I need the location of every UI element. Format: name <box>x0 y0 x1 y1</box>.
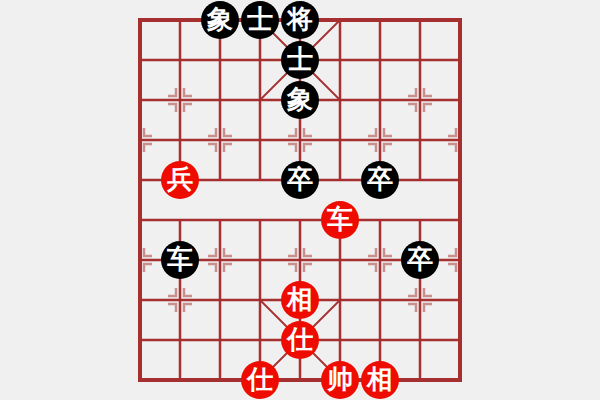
black-soldier[interactable]: 卒 <box>281 161 319 199</box>
red-advisor[interactable]: 仕 <box>241 361 279 399</box>
intersection-e0[interactable] <box>280 360 320 400</box>
intersection-i9[interactable] <box>440 0 480 40</box>
intersection-i4[interactable] <box>440 200 480 240</box>
intersection-i8[interactable] <box>440 40 480 80</box>
red-elephant[interactable]: 相 <box>281 281 319 319</box>
intersection-d8[interactable] <box>240 40 280 80</box>
intersection-d0[interactable]: 仕 <box>240 360 280 400</box>
intersection-g7[interactable] <box>360 80 400 120</box>
intersection-h3[interactable]: 卒 <box>400 240 440 280</box>
intersection-h7[interactable] <box>400 80 440 120</box>
intersection-e6[interactable] <box>280 120 320 160</box>
red-chariot[interactable]: 车 <box>321 201 359 239</box>
intersection-d7[interactable] <box>240 80 280 120</box>
intersection-i3[interactable] <box>440 240 480 280</box>
intersection-e3[interactable] <box>280 240 320 280</box>
intersection-d9[interactable]: 士 <box>240 0 280 40</box>
intersection-c9[interactable]: 象 <box>200 0 240 40</box>
intersection-i1[interactable] <box>440 320 480 360</box>
intersection-g6[interactable] <box>360 120 400 160</box>
intersection-grid: 象士将士象兵卒卒车车卒相仕仕帅相 <box>120 0 480 400</box>
intersection-e1[interactable]: 仕 <box>280 320 320 360</box>
intersection-e7[interactable]: 象 <box>280 80 320 120</box>
intersection-i5[interactable] <box>440 160 480 200</box>
intersection-g5[interactable]: 卒 <box>360 160 400 200</box>
red-advisor[interactable]: 仕 <box>281 321 319 359</box>
black-general[interactable]: 将 <box>281 1 319 39</box>
intersection-h2[interactable] <box>400 280 440 320</box>
intersection-h9[interactable] <box>400 0 440 40</box>
intersection-h1[interactable] <box>400 320 440 360</box>
intersection-b4[interactable] <box>160 200 200 240</box>
intersection-f8[interactable] <box>320 40 360 80</box>
intersection-e9[interactable]: 将 <box>280 0 320 40</box>
intersection-c0[interactable] <box>200 360 240 400</box>
intersection-g9[interactable] <box>360 0 400 40</box>
intersection-a1[interactable] <box>120 320 160 360</box>
intersection-f9[interactable] <box>320 0 360 40</box>
black-advisor[interactable]: 士 <box>241 1 279 39</box>
intersection-h0[interactable] <box>400 360 440 400</box>
xiangqi-board-screenshot: 象士将士象兵卒卒车车卒相仕仕帅相 <box>0 0 600 400</box>
intersection-i6[interactable] <box>440 120 480 160</box>
intersection-g4[interactable] <box>360 200 400 240</box>
black-soldier[interactable]: 卒 <box>361 161 399 199</box>
intersection-d6[interactable] <box>240 120 280 160</box>
intersection-b7[interactable] <box>160 80 200 120</box>
intersection-a2[interactable] <box>120 280 160 320</box>
intersection-d4[interactable] <box>240 200 280 240</box>
intersection-i0[interactable] <box>440 360 480 400</box>
intersection-e8[interactable]: 士 <box>280 40 320 80</box>
red-soldier[interactable]: 兵 <box>161 161 199 199</box>
red-elephant[interactable]: 相 <box>361 361 399 399</box>
intersection-g2[interactable] <box>360 280 400 320</box>
intersection-g8[interactable] <box>360 40 400 80</box>
intersection-i7[interactable] <box>440 80 480 120</box>
intersection-d5[interactable] <box>240 160 280 200</box>
black-advisor[interactable]: 士 <box>281 41 319 79</box>
intersection-c2[interactable] <box>200 280 240 320</box>
intersection-h5[interactable] <box>400 160 440 200</box>
intersection-g1[interactable] <box>360 320 400 360</box>
intersection-e2[interactable]: 相 <box>280 280 320 320</box>
intersection-a8[interactable] <box>120 40 160 80</box>
intersection-d1[interactable] <box>240 320 280 360</box>
intersection-a3[interactable] <box>120 240 160 280</box>
intersection-h4[interactable] <box>400 200 440 240</box>
intersection-a6[interactable] <box>120 120 160 160</box>
intersection-a5[interactable] <box>120 160 160 200</box>
red-general[interactable]: 帅 <box>321 361 359 399</box>
intersection-f7[interactable] <box>320 80 360 120</box>
intersection-d2[interactable] <box>240 280 280 320</box>
intersection-c1[interactable] <box>200 320 240 360</box>
intersection-b9[interactable] <box>160 0 200 40</box>
black-elephant[interactable]: 象 <box>201 1 239 39</box>
intersection-a0[interactable] <box>120 360 160 400</box>
intersection-c4[interactable] <box>200 200 240 240</box>
intersection-f5[interactable] <box>320 160 360 200</box>
intersection-c8[interactable] <box>200 40 240 80</box>
intersection-b5[interactable]: 兵 <box>160 160 200 200</box>
intersection-f6[interactable] <box>320 120 360 160</box>
black-chariot[interactable]: 车 <box>161 241 199 279</box>
intersection-d3[interactable] <box>240 240 280 280</box>
intersection-e5[interactable]: 卒 <box>280 160 320 200</box>
intersection-c5[interactable] <box>200 160 240 200</box>
intersection-b8[interactable] <box>160 40 200 80</box>
intersection-b6[interactable] <box>160 120 200 160</box>
intersection-a7[interactable] <box>120 80 160 120</box>
intersection-e4[interactable] <box>280 200 320 240</box>
intersection-f1[interactable] <box>320 320 360 360</box>
intersection-f0[interactable]: 帅 <box>320 360 360 400</box>
intersection-b3[interactable]: 车 <box>160 240 200 280</box>
intersection-a9[interactable] <box>120 0 160 40</box>
intersection-i2[interactable] <box>440 280 480 320</box>
intersection-g0[interactable]: 相 <box>360 360 400 400</box>
intersection-f3[interactable] <box>320 240 360 280</box>
intersection-b1[interactable] <box>160 320 200 360</box>
intersection-b2[interactable] <box>160 280 200 320</box>
intersection-f4[interactable]: 车 <box>320 200 360 240</box>
intersection-c3[interactable] <box>200 240 240 280</box>
intersection-f2[interactable] <box>320 280 360 320</box>
intersection-g3[interactable] <box>360 240 400 280</box>
intersection-h8[interactable] <box>400 40 440 80</box>
intersection-c7[interactable] <box>200 80 240 120</box>
intersection-c6[interactable] <box>200 120 240 160</box>
intersection-h6[interactable] <box>400 120 440 160</box>
intersection-a4[interactable] <box>120 200 160 240</box>
black-elephant[interactable]: 象 <box>281 81 319 119</box>
black-soldier[interactable]: 卒 <box>401 241 439 279</box>
intersection-b0[interactable] <box>160 360 200 400</box>
